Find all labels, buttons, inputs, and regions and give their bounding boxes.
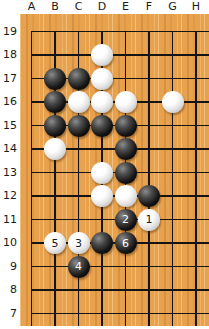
grid-line-horizontal-19 — [31, 31, 209, 33]
stone-black-B16 — [44, 91, 66, 113]
stone-black-D10 — [91, 232, 113, 254]
stone-black-F12 — [138, 185, 160, 207]
stone-black-E13 — [115, 162, 137, 184]
row-label-8: 8 — [0, 283, 17, 297]
stone-number: 2 — [122, 214, 129, 225]
stone-white-D12 — [91, 185, 113, 207]
stone-white-E12 — [115, 185, 137, 207]
row-label-12: 12 — [0, 189, 17, 203]
row-label-7: 7 — [0, 307, 17, 321]
row-label-14: 14 — [0, 142, 17, 156]
row-label-17: 17 — [0, 72, 17, 86]
row-label-18: 18 — [0, 48, 17, 62]
row-label-11: 11 — [0, 213, 17, 227]
stone-number: 4 — [75, 261, 82, 272]
stone-white-D17 — [91, 68, 113, 90]
row-label-13: 13 — [0, 166, 17, 180]
stone-number: 5 — [52, 238, 59, 249]
stone-black-E10: 6 — [115, 232, 137, 254]
stone-black-C17 — [68, 68, 90, 90]
stone-white-F11: 1 — [138, 209, 160, 231]
grid-line-horizontal-9 — [31, 266, 209, 268]
stone-black-C9: 4 — [68, 256, 90, 278]
go-diagram: ABCDEFGH 19181716151413121110987 215364 — [0, 0, 209, 329]
stone-black-E14 — [115, 138, 137, 160]
grid-line-horizontal-7 — [31, 313, 209, 315]
stone-white-D18 — [91, 44, 113, 66]
stone-black-B17 — [44, 68, 66, 90]
stone-white-D13 — [91, 162, 113, 184]
stone-white-G16 — [162, 91, 184, 113]
row-label-19: 19 — [0, 25, 17, 39]
stone-black-E11: 2 — [115, 209, 137, 231]
stone-number: 1 — [146, 214, 153, 225]
stone-black-D15 — [91, 115, 113, 137]
grid-line-horizontal-18 — [31, 54, 209, 56]
grid-line-horizontal-8 — [31, 289, 209, 291]
stone-number: 6 — [122, 238, 129, 249]
stone-white-C10: 3 — [68, 232, 90, 254]
row-label-9: 9 — [0, 260, 17, 274]
stone-white-B10: 5 — [44, 232, 66, 254]
stone-black-C15 — [68, 115, 90, 137]
row-label-15: 15 — [0, 119, 17, 133]
stone-white-D16 — [91, 91, 113, 113]
stone-black-B15 — [44, 115, 66, 137]
stone-number: 3 — [75, 238, 82, 249]
stone-black-E15 — [115, 115, 137, 137]
grid-line-vertical-H — [195, 31, 197, 326]
grid-line-vertical-G — [172, 31, 174, 326]
stone-white-B14 — [44, 138, 66, 160]
grid-line-vertical-A — [31, 31, 33, 326]
row-label-10: 10 — [0, 236, 17, 250]
row-label-16: 16 — [0, 95, 17, 109]
grid-line-vertical-F — [148, 31, 150, 326]
stone-white-C16 — [68, 91, 90, 113]
go-board[interactable]: 215364 — [20, 14, 209, 326]
stone-white-E16 — [115, 91, 137, 113]
